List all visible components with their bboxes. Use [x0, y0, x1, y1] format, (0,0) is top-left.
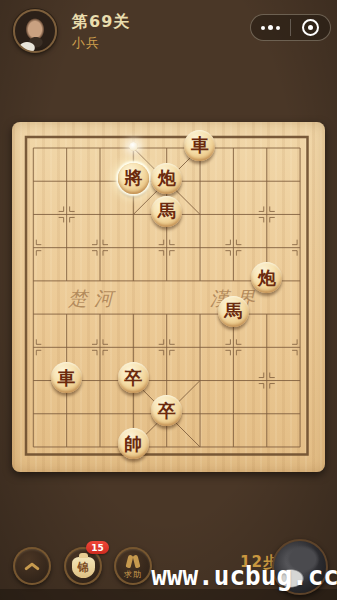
top-bar: 第69关 小兵 — [0, 0, 337, 60]
last-move-marker — [129, 142, 138, 151]
wechat-close-button[interactable] — [291, 15, 330, 40]
piece-炮[interactable]: 炮 — [251, 262, 282, 293]
more-dot-icon — [276, 26, 280, 30]
ask-help-label: 求助 — [124, 569, 142, 580]
footer-bar: 锦 15 求助 12步 www.ucbug.cc — [0, 536, 337, 600]
piece-車[interactable]: 車 — [51, 362, 82, 393]
collapse-button[interactable] — [13, 547, 51, 585]
piece-馬[interactable]: 馬 — [218, 296, 249, 327]
piece-grid: 車將炮馬炮馬車卒卒帥 — [17, 131, 317, 463]
piece-帥[interactable]: 帥 — [118, 428, 149, 459]
piece-卒[interactable]: 卒 — [151, 395, 182, 426]
chevron-up-icon — [25, 559, 39, 573]
more-dot-icon — [268, 25, 273, 30]
wechat-more-button[interactable] — [251, 15, 290, 40]
piece-卒[interactable]: 卒 — [118, 362, 149, 393]
piece-車[interactable]: 車 — [184, 130, 215, 161]
more-dot-icon — [261, 26, 265, 30]
piece-馬[interactable]: 馬 — [151, 196, 182, 227]
xiangqi-board[interactable]: 楚河 漢界 車將炮馬炮馬車卒卒帥 — [12, 122, 325, 472]
site-watermark: www.ucbug.cc — [151, 561, 337, 591]
circle-dot-icon — [302, 19, 319, 36]
player-avatar — [13, 9, 57, 53]
praying-hands-icon — [125, 555, 141, 568]
piece-將[interactable]: 將 — [118, 163, 149, 194]
ask-help-button[interactable]: 求助 — [114, 547, 152, 585]
piece-炮[interactable]: 炮 — [151, 163, 182, 194]
hint-bag-icon: 锦 — [72, 557, 95, 578]
level-title: 第69关 — [72, 12, 130, 33]
hint-count-badge: 15 — [86, 541, 109, 554]
level-subtitle: 小兵 — [72, 34, 100, 52]
wechat-capsule — [250, 14, 331, 41]
